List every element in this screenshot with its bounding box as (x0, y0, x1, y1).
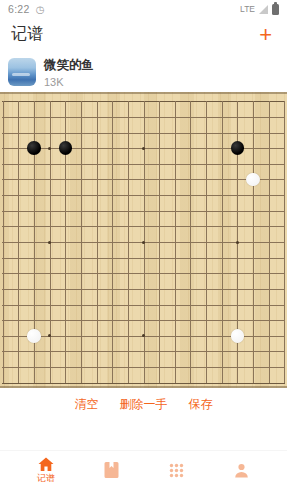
network-type-label: LTE (240, 4, 255, 14)
grid-line-v (159, 101, 160, 383)
person-icon (234, 463, 249, 478)
grid-line-h (2, 367, 284, 368)
nav-item-profile[interactable] (229, 463, 253, 478)
grid-line-h (2, 289, 284, 290)
star-point (142, 241, 145, 244)
book-icon (104, 462, 119, 478)
page-title: 记谱 (11, 24, 43, 45)
star-point (142, 334, 145, 337)
clock-badge-icon: ◷ (36, 4, 45, 15)
star-point (142, 147, 145, 150)
star-point (48, 147, 51, 150)
add-record-button[interactable]: + (256, 24, 275, 46)
grid-line-v (222, 101, 223, 383)
home-icon (38, 457, 54, 472)
grid-line-h (2, 383, 284, 384)
avatar[interactable] (8, 58, 36, 86)
grid-line-h (2, 258, 284, 259)
bottom-nav: 记谱 (0, 450, 287, 489)
player-rank: 13K (44, 76, 94, 88)
star-point (236, 241, 239, 244)
signal-icon (259, 5, 268, 14)
grid-line-v (269, 101, 270, 383)
stone-black[interactable] (231, 141, 245, 155)
go-board[interactable] (0, 92, 287, 389)
grid-line-h (2, 351, 284, 352)
grid-line-h (2, 305, 284, 306)
grid-line-h (2, 320, 284, 321)
profile-row[interactable]: 微笑的鱼 13K (0, 52, 287, 92)
clear-button[interactable]: 清空 (75, 396, 99, 413)
grid-dots-icon (169, 463, 184, 478)
status-bar: 6:22 ◷ LTE (0, 0, 287, 18)
nav-label-record: 记谱 (37, 473, 55, 483)
grid-line-v (175, 101, 176, 383)
undo-move-button[interactable]: 删除一手 (120, 396, 168, 413)
stone-white[interactable] (246, 173, 260, 187)
stone-white[interactable] (27, 329, 41, 343)
star-point (48, 334, 51, 337)
nav-item-apps[interactable] (164, 463, 188, 478)
nav-item-library[interactable] (99, 462, 123, 478)
board-controls: 清空 删除一手 保存 (0, 394, 287, 414)
grid-line-h (2, 273, 284, 274)
stone-black[interactable] (59, 141, 73, 155)
stone-white[interactable] (231, 329, 245, 343)
nav-item-record[interactable]: 记谱 (34, 457, 58, 483)
grid-line-v (253, 101, 254, 383)
grid-line-v (284, 101, 285, 383)
stone-black[interactable] (27, 141, 41, 155)
go-board-grid[interactable] (0, 92, 287, 388)
save-button[interactable]: 保存 (189, 396, 213, 413)
grid-line-v (206, 101, 207, 383)
grid-line-v (190, 101, 191, 383)
clock-time: 6:22 (8, 3, 30, 15)
star-point (48, 241, 51, 244)
battery-icon (272, 4, 279, 15)
app-header: 记谱 + (0, 18, 287, 51)
player-name: 微笑的鱼 (44, 57, 94, 74)
